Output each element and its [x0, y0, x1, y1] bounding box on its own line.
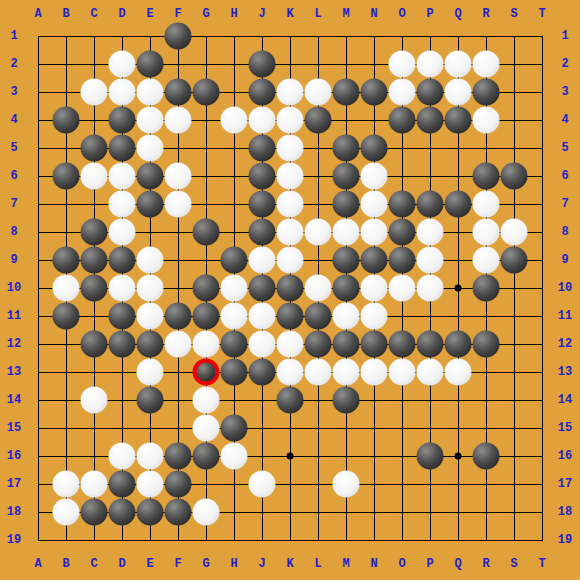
stone-black[interactable]	[333, 331, 360, 358]
stone-white[interactable]	[165, 163, 192, 190]
coordinate-label: N	[370, 558, 377, 570]
coordinate-label: 18	[7, 506, 21, 518]
stone-black[interactable]	[361, 331, 388, 358]
coordinate-label: J	[258, 8, 265, 20]
stone-white[interactable]	[249, 331, 276, 358]
last-move-stone[interactable]	[193, 359, 220, 386]
coordinate-label: 11	[7, 310, 21, 322]
stone-white[interactable]	[109, 219, 136, 246]
stone-black[interactable]	[249, 79, 276, 106]
stone-white[interactable]	[81, 387, 108, 414]
coordinate-label: C	[90, 558, 97, 570]
coordinate-label: 4	[561, 114, 568, 126]
stone-white[interactable]	[109, 191, 136, 218]
stone-white[interactable]	[305, 219, 332, 246]
stone-white[interactable]	[277, 107, 304, 134]
stone-black[interactable]	[361, 247, 388, 274]
stone-black[interactable]	[333, 163, 360, 190]
stone-black[interactable]	[445, 191, 472, 218]
stone-black[interactable]	[81, 135, 108, 162]
stone-black[interactable]	[109, 247, 136, 274]
stone-black[interactable]	[193, 275, 220, 302]
stone-white[interactable]	[165, 107, 192, 134]
stone-white[interactable]	[333, 359, 360, 386]
coordinate-label: O	[398, 8, 405, 20]
stone-black[interactable]	[333, 135, 360, 162]
coordinate-label: 9	[561, 254, 568, 266]
coordinate-label: 7	[561, 198, 568, 210]
stone-black[interactable]	[389, 247, 416, 274]
stone-white[interactable]	[221, 107, 248, 134]
coordinate-label: S	[510, 558, 517, 570]
coordinate-label: A	[34, 558, 41, 570]
stone-black[interactable]	[249, 275, 276, 302]
stone-black[interactable]	[501, 247, 528, 274]
stone-black[interactable]	[165, 23, 192, 50]
stone-white[interactable]	[417, 219, 444, 246]
coordinate-label: F	[174, 8, 181, 20]
stone-white[interactable]	[501, 219, 528, 246]
coordinate-label: E	[146, 558, 153, 570]
stone-white[interactable]	[277, 359, 304, 386]
stone-black[interactable]	[333, 79, 360, 106]
stone-white[interactable]	[361, 191, 388, 218]
stone-white[interactable]	[305, 359, 332, 386]
stone-black[interactable]	[305, 107, 332, 134]
stone-white[interactable]	[249, 247, 276, 274]
stone-white[interactable]	[333, 303, 360, 330]
coordinate-label: B	[62, 8, 69, 20]
coordinate-label: E	[146, 8, 153, 20]
stone-black[interactable]	[109, 135, 136, 162]
stone-black[interactable]	[445, 331, 472, 358]
stone-white[interactable]	[389, 275, 416, 302]
stone-white[interactable]	[333, 219, 360, 246]
coordinate-label: 3	[561, 86, 568, 98]
stone-black[interactable]	[81, 331, 108, 358]
stone-white[interactable]	[109, 443, 136, 470]
stone-white[interactable]	[249, 303, 276, 330]
coordinate-label: 12	[7, 338, 21, 350]
coordinate-label: 3	[10, 86, 17, 98]
coordinate-label: T	[538, 558, 545, 570]
stone-white[interactable]	[193, 499, 220, 526]
stone-black[interactable]	[165, 303, 192, 330]
stone-white[interactable]	[361, 303, 388, 330]
stone-white[interactable]	[193, 415, 220, 442]
coordinate-label: O	[398, 558, 405, 570]
stone-white[interactable]	[109, 163, 136, 190]
stone-white[interactable]	[137, 135, 164, 162]
stone-white[interactable]	[137, 247, 164, 274]
stone-white[interactable]	[389, 79, 416, 106]
coordinate-label: J	[258, 558, 265, 570]
coordinate-label: 11	[558, 310, 572, 322]
stone-black[interactable]	[221, 359, 248, 386]
stone-black[interactable]	[333, 275, 360, 302]
stone-white[interactable]	[417, 359, 444, 386]
coordinate-label: H	[230, 558, 237, 570]
coordinate-label: P	[426, 558, 433, 570]
stone-white[interactable]	[53, 275, 80, 302]
stone-white[interactable]	[445, 359, 472, 386]
stone-black[interactable]	[473, 275, 500, 302]
stone-white[interactable]	[445, 51, 472, 78]
stone-black[interactable]	[389, 191, 416, 218]
stone-white[interactable]	[109, 275, 136, 302]
stone-white[interactable]	[473, 51, 500, 78]
stone-white[interactable]	[81, 471, 108, 498]
star-point	[455, 453, 462, 460]
stone-black[interactable]	[137, 191, 164, 218]
stone-white[interactable]	[81, 163, 108, 190]
stone-white[interactable]	[137, 79, 164, 106]
coordinate-label: 4	[10, 114, 17, 126]
stone-black[interactable]	[109, 471, 136, 498]
coordinate-label: 9	[10, 254, 17, 266]
stone-black[interactable]	[53, 303, 80, 330]
coordinate-label: 13	[7, 366, 21, 378]
stone-white[interactable]	[277, 219, 304, 246]
stone-white[interactable]	[277, 135, 304, 162]
stone-white[interactable]	[221, 303, 248, 330]
coordinate-label: 17	[7, 478, 21, 490]
stone-white[interactable]	[305, 79, 332, 106]
stone-black[interactable]	[109, 499, 136, 526]
stone-white[interactable]	[137, 303, 164, 330]
stone-black[interactable]	[109, 303, 136, 330]
stone-black[interactable]	[305, 303, 332, 330]
stone-black[interactable]	[137, 387, 164, 414]
stone-black[interactable]	[473, 331, 500, 358]
stone-black[interactable]	[137, 499, 164, 526]
stone-black[interactable]	[81, 275, 108, 302]
coordinate-label: 10	[7, 282, 21, 294]
stone-black[interactable]	[277, 303, 304, 330]
coordinate-label: D	[118, 8, 125, 20]
stone-white[interactable]	[417, 275, 444, 302]
go-board: AABBCCDDEEFFGGHHJJKKLLMMNNOOPPQQRRSSTT11…	[0, 0, 580, 580]
stone-white[interactable]	[305, 275, 332, 302]
coordinate-label: 18	[558, 506, 572, 518]
coordinate-label: G	[202, 8, 209, 20]
coordinate-label: 19	[558, 534, 572, 546]
coordinate-label: 5	[561, 142, 568, 154]
stone-black[interactable]	[249, 135, 276, 162]
stone-white[interactable]	[221, 443, 248, 470]
stone-black[interactable]	[361, 79, 388, 106]
coordinate-label: 6	[561, 170, 568, 182]
stone-black[interactable]	[221, 415, 248, 442]
stone-black[interactable]	[417, 331, 444, 358]
stone-black[interactable]	[417, 191, 444, 218]
stone-black[interactable]	[389, 219, 416, 246]
stone-black[interactable]	[137, 163, 164, 190]
go-app-background: { "game": "go", "board": { "size": 19, "…	[0, 0, 580, 580]
stone-white[interactable]	[389, 51, 416, 78]
coordinate-label: 7	[10, 198, 17, 210]
coordinate-label: 8	[561, 226, 568, 238]
stone-black[interactable]	[473, 443, 500, 470]
stone-white[interactable]	[277, 331, 304, 358]
coordinate-label: N	[370, 8, 377, 20]
star-point	[455, 285, 462, 292]
stone-white[interactable]	[361, 275, 388, 302]
stone-white[interactable]	[249, 471, 276, 498]
coordinate-label: 12	[558, 338, 572, 350]
stone-black[interactable]	[53, 163, 80, 190]
coordinate-label: M	[342, 558, 349, 570]
coordinate-label: 1	[10, 30, 17, 42]
coordinate-label: 10	[558, 282, 572, 294]
stone-white[interactable]	[277, 79, 304, 106]
stone-black[interactable]	[137, 331, 164, 358]
stone-black[interactable]	[445, 107, 472, 134]
coordinate-label: 5	[10, 142, 17, 154]
stone-black[interactable]	[249, 51, 276, 78]
coordinate-label: R	[482, 558, 489, 570]
stone-black[interactable]	[417, 79, 444, 106]
coordinate-label: C	[90, 8, 97, 20]
stone-white[interactable]	[53, 471, 80, 498]
coordinate-label: 19	[7, 534, 21, 546]
stone-white[interactable]	[193, 331, 220, 358]
stone-black[interactable]	[109, 331, 136, 358]
stone-white[interactable]	[137, 107, 164, 134]
stone-black[interactable]	[473, 79, 500, 106]
coordinate-label: 14	[7, 394, 21, 406]
coordinate-label: S	[510, 8, 517, 20]
coordinate-label: 2	[10, 58, 17, 70]
coordinate-label: K	[286, 8, 293, 20]
stone-white[interactable]	[53, 499, 80, 526]
stone-white[interactable]	[361, 163, 388, 190]
coordinate-label: P	[426, 8, 433, 20]
coordinate-label: F	[174, 558, 181, 570]
coordinate-label: 2	[561, 58, 568, 70]
stone-white[interactable]	[137, 359, 164, 386]
stone-white[interactable]	[473, 107, 500, 134]
stone-black[interactable]	[249, 191, 276, 218]
stone-white[interactable]	[193, 387, 220, 414]
stone-white[interactable]	[473, 247, 500, 274]
coordinate-label: K	[286, 558, 293, 570]
stone-black[interactable]	[137, 51, 164, 78]
stone-black[interactable]	[165, 471, 192, 498]
stone-black[interactable]	[277, 275, 304, 302]
coordinate-label: Q	[454, 558, 461, 570]
coordinate-label: H	[230, 8, 237, 20]
stone-white[interactable]	[333, 471, 360, 498]
coordinate-label: 17	[558, 478, 572, 490]
stone-black[interactable]	[81, 247, 108, 274]
stone-black[interactable]	[333, 387, 360, 414]
stone-black[interactable]	[389, 107, 416, 134]
stone-black[interactable]	[249, 219, 276, 246]
stone-white[interactable]	[137, 275, 164, 302]
coordinate-label: 16	[7, 450, 21, 462]
stone-white[interactable]	[417, 51, 444, 78]
stone-black[interactable]	[53, 247, 80, 274]
stone-white[interactable]	[473, 191, 500, 218]
stone-white[interactable]	[165, 331, 192, 358]
stone-black[interactable]	[165, 499, 192, 526]
stone-black[interactable]	[221, 247, 248, 274]
coordinate-label: L	[314, 558, 321, 570]
stone-black[interactable]	[193, 79, 220, 106]
coordinate-label: B	[62, 558, 69, 570]
stone-white[interactable]	[361, 359, 388, 386]
stone-black[interactable]	[165, 79, 192, 106]
coordinate-label: 14	[558, 394, 572, 406]
stone-white[interactable]	[165, 191, 192, 218]
stone-black[interactable]	[389, 331, 416, 358]
stone-black[interactable]	[81, 219, 108, 246]
stone-black[interactable]	[249, 359, 276, 386]
coordinate-label: Q	[454, 8, 461, 20]
stone-white[interactable]	[417, 247, 444, 274]
coordinate-label: 8	[10, 226, 17, 238]
stone-black[interactable]	[361, 135, 388, 162]
stone-white[interactable]	[81, 79, 108, 106]
coordinate-label: 15	[558, 422, 572, 434]
coordinate-label: A	[34, 8, 41, 20]
stone-black[interactable]	[109, 107, 136, 134]
stone-black[interactable]	[193, 219, 220, 246]
stone-white[interactable]	[137, 471, 164, 498]
stone-black[interactable]	[333, 191, 360, 218]
star-point	[287, 453, 294, 460]
coordinate-label: D	[118, 558, 125, 570]
stone-black[interactable]	[277, 387, 304, 414]
stone-black[interactable]	[473, 163, 500, 190]
stone-white[interactable]	[473, 219, 500, 246]
stone-black[interactable]	[333, 247, 360, 274]
coordinate-label: 13	[558, 366, 572, 378]
stone-black[interactable]	[53, 107, 80, 134]
coordinate-label: 15	[7, 422, 21, 434]
stone-black[interactable]	[249, 163, 276, 190]
coordinate-label: 16	[558, 450, 572, 462]
stone-white[interactable]	[389, 359, 416, 386]
stone-black[interactable]	[501, 163, 528, 190]
coordinate-label: M	[342, 8, 349, 20]
stone-white[interactable]	[277, 191, 304, 218]
stone-black[interactable]	[193, 303, 220, 330]
stone-white[interactable]	[361, 219, 388, 246]
stone-black[interactable]	[221, 331, 248, 358]
stone-white[interactable]	[277, 247, 304, 274]
stone-black[interactable]	[165, 443, 192, 470]
coordinate-label: 1	[561, 30, 568, 42]
stone-white[interactable]	[249, 107, 276, 134]
coordinate-label: R	[482, 8, 489, 20]
coordinate-label: T	[538, 8, 545, 20]
stone-black[interactable]	[193, 443, 220, 470]
stone-white[interactable]	[109, 51, 136, 78]
stone-black[interactable]	[81, 499, 108, 526]
stone-black[interactable]	[305, 331, 332, 358]
stone-white[interactable]	[137, 443, 164, 470]
coordinate-label: 6	[10, 170, 17, 182]
stone-white[interactable]	[109, 79, 136, 106]
stone-white[interactable]	[445, 79, 472, 106]
stone-black[interactable]	[417, 443, 444, 470]
coordinate-label: L	[314, 8, 321, 20]
stone-white[interactable]	[221, 275, 248, 302]
stone-black[interactable]	[417, 107, 444, 134]
stone-white[interactable]	[277, 163, 304, 190]
coordinate-label: G	[202, 558, 209, 570]
